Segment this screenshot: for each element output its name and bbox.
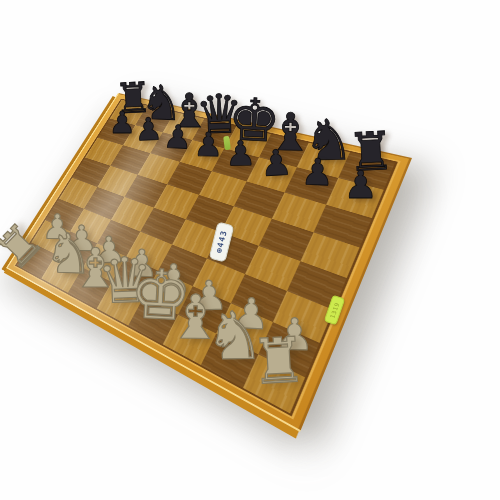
piece-black-pawn-b7[interactable]: ♟ <box>134 113 163 145</box>
piece-black-pawn-f7[interactable]: ♟ <box>260 145 294 182</box>
lot-number-text: ⊕443 <box>214 230 228 255</box>
piece-black-pawn-d7[interactable]: ♟ <box>193 128 223 162</box>
auction-photo-scene: ♜♞♝♛♚♝♞♜♟♟♟♟♟♟♟♟♟♟♟♟♟♟♟♟♜♞♝♛♚♝♞♜ ⊕443 13… <box>0 0 500 500</box>
piece-black-pawn-h7[interactable]: ♟ <box>343 166 377 204</box>
price-sticker-text: 1319 <box>329 301 341 319</box>
piece-black-pawn-c7[interactable]: ♟ <box>162 120 192 154</box>
piece-white-rook-h1[interactable]: ♜ <box>249 329 308 394</box>
piece-black-pawn-a7[interactable]: ♟ <box>109 107 136 137</box>
piece-black-pawn-g7[interactable]: ♟ <box>300 155 334 193</box>
